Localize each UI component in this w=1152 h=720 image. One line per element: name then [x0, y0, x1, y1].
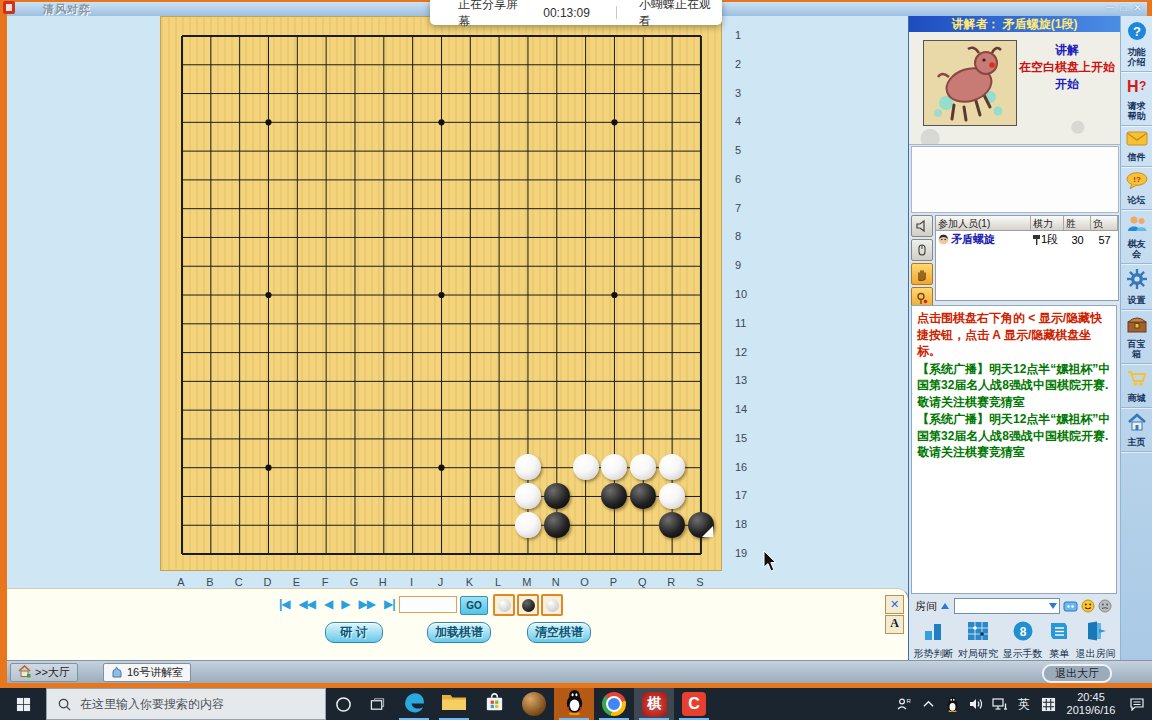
chat-message-0: 点击围棋盘右下角的 < 显示/隐藏快捷按钮，点击 A 显示/隐藏棋盘坐标。 [917, 310, 1111, 360]
bell-icon [915, 291, 929, 305]
home-icon [1127, 413, 1147, 435]
taskbar-qq[interactable] [554, 688, 594, 720]
button-label: 退出房间 [1076, 647, 1116, 661]
row-label-7: 7 [735, 202, 741, 214]
gray-face-icon[interactable] [1098, 599, 1112, 613]
share-frame-right [1147, 0, 1152, 16]
participants-table: 参加人员(1)棋力胜负 矛盾螺旋1段3057 [935, 215, 1119, 301]
toolbar-label: 请求帮助 [1126, 101, 1148, 121]
sidebar: 讲解者： 矛盾螺旋(1段) 讲解在空白棋盘上开始开 [908, 16, 1120, 660]
edge-icon [402, 690, 427, 719]
c-app-icon: C [682, 692, 706, 716]
stone-black-P17 [601, 483, 627, 509]
toolbar-label: 信件 [1126, 152, 1148, 162]
row-label-4: 4 [735, 115, 741, 127]
taskbar-store[interactable] [474, 688, 514, 720]
treasure-icon [1126, 315, 1148, 337]
goat-painting [924, 41, 1014, 123]
notification-center-button[interactable] [1122, 688, 1152, 720]
mouse-icon [915, 243, 929, 257]
row-label-14: 14 [735, 403, 747, 415]
board-quick-buttons: ✕ A [885, 595, 904, 634]
stone-white-M18 [515, 512, 541, 538]
row-label-2: 2 [735, 58, 741, 70]
app-logo-icon [3, 1, 15, 14]
hand-icon [915, 267, 929, 281]
room-label: 房间 [915, 599, 937, 614]
mouse-button[interactable] [911, 239, 933, 261]
taskbar-chrome[interactable] [594, 688, 634, 720]
col-label-E: E [293, 576, 300, 588]
search-placeholder: 在这里输入你要搜索的内容 [80, 696, 224, 713]
exit-lobby-button[interactable]: 退出大厅 [1042, 664, 1112, 683]
col-label-M: M [522, 576, 531, 588]
speaker-icon [915, 219, 929, 233]
cortana-button[interactable] [326, 688, 360, 720]
move-navigation: |◀◀◀◀▶▶▶▶| [279, 597, 395, 611]
cortana-icon [335, 696, 352, 713]
row-label-9: 9 [735, 259, 741, 271]
tab-home-icon [18, 665, 31, 680]
network-icon[interactable] [988, 688, 1012, 720]
game-ball-icon [522, 692, 546, 716]
smiley-emoji-icon[interactable] [1081, 599, 1095, 613]
task-view-button[interactable] [360, 688, 394, 720]
right-icon-toolbar: ?功能介绍H?请求帮助信件!?论坛棋友会设置百宝箱商城主页 [1120, 16, 1152, 660]
room-up-icon[interactable] [941, 603, 949, 609]
lecturer-info-panel: 讲解在空白棋盘上开始开始 [909, 32, 1120, 145]
taskbar-explorer[interactable] [434, 688, 474, 720]
search-icon [57, 697, 72, 712]
svg-text:R: R [907, 698, 912, 704]
row-label-10: 10 [735, 288, 747, 300]
right-toolbar-mail[interactable]: 信件 [1121, 126, 1152, 167]
toolbar-label: 商城 [1126, 393, 1148, 403]
right-toolbar-home[interactable]: 主页 [1121, 408, 1152, 452]
language-indicator[interactable]: 英 [1012, 688, 1036, 720]
task-view-icon [370, 697, 385, 712]
qi-app-icon: 棋 [642, 692, 667, 717]
board-area: ABCDEFGHIJKLMNOPQRS 12345678910111213141… [7, 16, 908, 588]
participants-col-0: 参加人员(1) [936, 216, 1031, 230]
button-label: 对局研究 [958, 647, 998, 661]
coords-toggle-button[interactable]: A [885, 615, 904, 634]
tab-label: 16号讲解室 [127, 665, 183, 680]
stone-white-R16 [659, 454, 685, 480]
taskbar-clock[interactable]: 20:45 2019/6/16 [1060, 691, 1122, 717]
stone-white-O16 [573, 454, 599, 480]
lecture-status-line-2: 开始 [1017, 76, 1117, 93]
row-label-19: 19 [735, 547, 747, 559]
stone-white-M16 [515, 454, 541, 480]
stone-toggle-black-1[interactable] [517, 594, 539, 616]
col-label-Q: Q [638, 576, 647, 588]
button-label: 形势判断 [914, 647, 954, 661]
col-label-P: P [610, 576, 617, 588]
taskbar-edge[interactable] [394, 688, 434, 720]
col-label-K: K [466, 576, 473, 588]
game-research-button[interactable]: 对局研究 [958, 618, 998, 660]
mall-icon [1126, 369, 1148, 391]
taskbar-qi-app[interactable]: 棋 [634, 688, 674, 720]
right-toolbar-friends[interactable]: 棋友会 [1121, 210, 1152, 264]
col-label-F: F [322, 576, 329, 588]
stones-layer [168, 22, 716, 569]
lecturer-avatar [923, 40, 1017, 126]
participants-col-3: 负 [1091, 216, 1118, 230]
close-button[interactable]: ✕ [1134, 1, 1142, 14]
right-toolbar-forum[interactable]: !?论坛 [1121, 167, 1152, 210]
taskbar-search[interactable]: 在这里输入你要搜索的内容 [46, 688, 326, 720]
explorer-icon [441, 691, 467, 717]
row-label-12: 12 [735, 346, 747, 358]
tab-label: >>大厅 [35, 665, 70, 680]
row-label-15: 15 [735, 432, 747, 444]
move-number-input[interactable] [399, 596, 457, 613]
col-label-N: N [552, 576, 560, 588]
row-label-5: 5 [735, 144, 741, 156]
stone-toggle-buttons [493, 594, 563, 616]
participant-action-buttons [911, 215, 935, 311]
svg-text:?: ? [1139, 79, 1146, 93]
col-label-S: S [696, 576, 703, 588]
taskbar: 在这里输入你要搜索的内容 棋C R 英 [0, 688, 1152, 720]
col-label-H: H [379, 576, 387, 588]
lecture-status-lines: 讲解在空白棋盘上开始开始 [1017, 42, 1117, 93]
row-label-13: 13 [735, 374, 747, 386]
stone-black-S18 [688, 512, 714, 538]
toolbar-label: 棋友会 [1126, 239, 1148, 259]
show-move-numbers-button[interactable]: 8显示手数 [1003, 618, 1043, 660]
toolbar-label: 设置 [1126, 295, 1148, 305]
raise-hand-button[interactable] [911, 263, 933, 285]
qq-icon [563, 689, 586, 719]
share-status: 正在分享屏幕 [458, 0, 529, 30]
stone-white-P16 [601, 454, 627, 480]
right-toolbar-help-h[interactable]: H?请求帮助 [1121, 72, 1152, 126]
number-8-icon: 8 [1011, 620, 1035, 646]
volume-icon[interactable] [964, 688, 988, 720]
nav-fast-back-button[interactable]: ◀◀ [299, 597, 315, 611]
button-label: 菜单 [1049, 647, 1069, 661]
taskbar-game-ball[interactable] [514, 688, 554, 720]
menu-button[interactable]: 菜单 [1047, 618, 1071, 660]
row-label-16: 16 [735, 461, 747, 473]
svg-text:?: ? [1133, 24, 1141, 39]
participant-name: 矛盾螺旋 [936, 232, 1031, 247]
nav-fast-forward-button[interactable]: ▶▶ [359, 597, 375, 611]
white-stone-icon [498, 599, 511, 612]
participants-panel: 参加人员(1)棋力胜负 矛盾螺旋1段3057 [909, 213, 1120, 303]
right-toolbar-settings[interactable]: 设置 [1121, 264, 1152, 310]
taskbar-c-app[interactable]: C [674, 688, 714, 720]
windows-logo-icon [16, 697, 31, 712]
participant-rank: 1段 [1031, 232, 1064, 247]
white-stone-icon [546, 599, 559, 612]
row-label-18: 18 [735, 518, 747, 530]
qq-tray-icon[interactable] [940, 688, 964, 720]
stone-black-Q17 [630, 483, 656, 509]
stone-toggle-white-0[interactable] [493, 594, 515, 616]
toolbar-label: 百宝箱 [1126, 339, 1148, 359]
hide-tools-button[interactable]: ✕ [885, 595, 904, 614]
toolbar-label: 论坛 [1126, 195, 1148, 205]
row-label-3: 3 [735, 87, 741, 99]
col-label-R: R [667, 576, 675, 588]
rank-icon [1033, 235, 1040, 245]
share-frame-left [0, 0, 7, 688]
row-label-17: 17 [735, 489, 747, 501]
exit-room-button[interactable]: 退出房间 [1076, 618, 1116, 660]
store-icon [483, 691, 506, 718]
chrome-icon [602, 692, 626, 716]
window-controls: ─□✕ [1106, 1, 1142, 14]
stone-black-N18 [544, 512, 570, 538]
col-label-G: G [350, 576, 359, 588]
people-icon[interactable]: R [892, 688, 916, 720]
black-stone-icon [522, 599, 535, 612]
go-button[interactable]: GO [460, 596, 488, 615]
screen: 清风对弈 ─□✕ ABCDEFGHIJKLMNOPQRS 12345678910… [0, 0, 1152, 720]
participants-header: 参加人员(1)棋力胜负 [936, 216, 1118, 231]
stone-black-R18 [659, 512, 685, 538]
col-label-I: I [410, 576, 413, 588]
friends-icon [1126, 215, 1148, 237]
nav-forward-button[interactable]: ▶ [341, 597, 349, 611]
row-label-1: 1 [735, 29, 741, 41]
nav-back-button[interactable]: ◀ [324, 597, 332, 611]
nav-last-button[interactable]: ▶| [384, 597, 395, 611]
hidden-icons-chevron[interactable] [916, 688, 940, 720]
question-icon: ? [1127, 21, 1147, 45]
stone-black-N17 [544, 483, 570, 509]
col-label-C: C [235, 576, 243, 588]
chat-message-2: 【系统广播】明天12点半“嫘祖杯”中国第32届名人战8强战中国棋院开赛.敬请关注… [917, 411, 1111, 461]
screen-share-bar: 正在分享屏幕 00:13:09 小蝴蝶正在观看 [430, 0, 722, 25]
col-label-J: J [438, 576, 444, 588]
row-label-8: 8 [735, 230, 741, 242]
tv-emoji-icon[interactable] [1063, 600, 1078, 613]
load-kifu-button[interactable]: 加载棋谱 [427, 622, 491, 643]
lecture-status-line-0: 讲解 [1017, 42, 1117, 59]
col-label-L: L [495, 576, 501, 588]
nav-first-button[interactable]: |◀ [279, 597, 290, 611]
exit-door-icon [1084, 620, 1108, 646]
col-label-D: D [264, 576, 272, 588]
situation-judge-button[interactable]: 形势判断 [914, 618, 954, 660]
col-label-B: B [206, 576, 213, 588]
go-board[interactable] [160, 16, 722, 571]
sound-button[interactable] [911, 215, 933, 237]
lecturer-header: 讲解者： 矛盾螺旋(1段) [909, 16, 1120, 32]
svg-text:H: H [1127, 78, 1139, 95]
game-toolbar: |◀◀◀◀▶▶▶▶| GO 研 讨加载棋谱清空棋谱 ✕ A [7, 588, 909, 661]
menu-icon [1047, 620, 1071, 646]
participant-wins: 30 [1064, 234, 1091, 246]
empty-panel [911, 146, 1119, 213]
clear-kifu-button[interactable]: 清空棋谱 [527, 622, 591, 643]
help-h-icon: H? [1126, 77, 1148, 99]
bottom-tab-bar: 退出大厅 >>大厅16号讲解室 [7, 660, 1152, 683]
share-bar-divider [616, 6, 617, 19]
stone-toggle-white-2[interactable] [541, 594, 563, 616]
viewer-status: 小蝴蝶正在观看 [639, 0, 722, 30]
svg-text:8: 8 [1019, 625, 1026, 639]
last-move-marker [702, 526, 713, 537]
participant-losses: 57 [1091, 234, 1118, 246]
mouse-cursor [763, 550, 779, 574]
bar-chart-icon [922, 620, 946, 646]
right-toolbar-mall[interactable]: 商城 [1121, 364, 1152, 408]
board-icon [966, 620, 990, 646]
col-label-A: A [177, 576, 184, 588]
participant-avatar-icon [938, 234, 949, 245]
settings-icon [1127, 269, 1147, 293]
share-timer: 00:13:09 [543, 6, 590, 20]
chat-message-1: 【系统广播】明天12点半“嫘祖杯”中国第32届名人战8强战中国棋院开赛.敬请关注… [917, 361, 1111, 411]
start-button[interactable] [0, 688, 46, 720]
row-label-11: 11 [735, 317, 746, 329]
room-bar: 房间 [909, 596, 1120, 616]
stone-white-R17 [659, 483, 685, 509]
research-button[interactable]: 研 讨 [325, 622, 383, 643]
maximize-button[interactable]: □ [1121, 1, 1127, 14]
ime-icon[interactable] [1036, 688, 1060, 720]
right-toolbar-treasure[interactable]: 百宝箱 [1121, 310, 1152, 364]
stone-white-Q16 [630, 454, 656, 480]
clock-date: 2019/6/16 [1060, 704, 1122, 717]
tab-lecture-room[interactable]: 16号讲解室 [103, 663, 191, 682]
room-dropdown[interactable] [954, 598, 1060, 614]
tab-hand-icon [111, 666, 123, 680]
chat-panel[interactable]: 点击围棋盘右下角的 < 显示/隐藏快捷按钮，点击 A 显示/隐藏棋盘坐标。【系统… [911, 305, 1117, 594]
mail-icon [1126, 131, 1148, 150]
participants-col-2: 胜 [1064, 216, 1091, 230]
clock-time: 20:45 [1060, 691, 1122, 704]
toolbar-label: 主页 [1126, 437, 1148, 447]
forum-icon: !? [1126, 172, 1148, 193]
lecture-status-line-1: 在空白棋盘上开始 [1017, 59, 1117, 76]
stone-white-M17 [515, 483, 541, 509]
system-tray: R 英 20:45 2019/6/16 [892, 688, 1152, 720]
svg-text:!?: !? [1133, 175, 1141, 184]
button-label: 显示手数 [1003, 647, 1043, 661]
tab-lobby[interactable]: >>大厅 [10, 663, 78, 682]
toolbar-label: 功能介绍 [1126, 47, 1148, 67]
row-label-6: 6 [735, 173, 741, 185]
participants-col-1: 棋力 [1031, 216, 1064, 230]
sidebar-bottom-buttons: 形势判断对局研究8显示手数菜单退出房间 [909, 618, 1120, 660]
right-toolbar-question[interactable]: ?功能介绍 [1121, 16, 1152, 72]
col-label-O: O [580, 576, 589, 588]
participant-row[interactable]: 矛盾螺旋1段3057 [936, 231, 1118, 248]
minimize-button[interactable]: ─ [1106, 1, 1113, 14]
window-title: 清风对弈 [43, 2, 91, 17]
